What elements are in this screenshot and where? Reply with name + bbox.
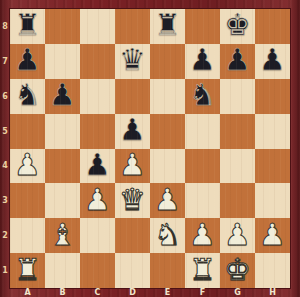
- file-label: A: [10, 288, 45, 297]
- square-c3[interactable]: ♟: [80, 183, 115, 218]
- piece-black-pawn-f7: ♟: [189, 45, 216, 75]
- square-e3[interactable]: ♟: [150, 183, 185, 218]
- square-c6[interactable]: [80, 79, 115, 114]
- piece-black-rook-e8: ♜: [154, 10, 181, 40]
- square-b2[interactable]: ♝: [45, 218, 80, 253]
- piece-black-knight-a6: ♞: [14, 80, 41, 110]
- square-a7[interactable]: ♟: [10, 44, 45, 79]
- piece-black-knight-f6: ♞: [189, 80, 216, 110]
- square-g2[interactable]: ♟: [220, 218, 255, 253]
- square-a4[interactable]: ♟: [10, 149, 45, 184]
- file-label: G: [220, 288, 255, 297]
- square-f5[interactable]: [185, 114, 220, 149]
- piece-black-pawn-a7: ♟: [14, 45, 41, 75]
- file-label: H: [255, 288, 290, 297]
- square-h4[interactable]: [255, 149, 290, 184]
- file-labels: ABCDEFGH: [10, 288, 290, 297]
- piece-white-queen-d3: ♛: [119, 185, 146, 215]
- square-c2[interactable]: [80, 218, 115, 253]
- square-g6[interactable]: [220, 79, 255, 114]
- square-e2[interactable]: ♞: [150, 218, 185, 253]
- square-g7[interactable]: ♟: [220, 44, 255, 79]
- square-b3[interactable]: [45, 183, 80, 218]
- square-h8[interactable]: [255, 9, 290, 44]
- square-g5[interactable]: [220, 114, 255, 149]
- square-b1[interactable]: [45, 253, 80, 288]
- square-d4[interactable]: ♟: [115, 149, 150, 184]
- piece-white-rook-f1: ♜: [189, 255, 216, 285]
- piece-white-pawn-h2: ♟: [259, 220, 286, 250]
- piece-white-pawn-a4: ♟: [14, 150, 41, 180]
- square-c4[interactable]: ♟: [80, 149, 115, 184]
- square-b4[interactable]: [45, 149, 80, 184]
- piece-black-queen-d7: ♛: [119, 45, 146, 75]
- piece-black-pawn-b6: ♟: [49, 80, 76, 110]
- square-d3[interactable]: ♛: [115, 183, 150, 218]
- square-f2[interactable]: ♟: [185, 218, 220, 253]
- square-d5[interactable]: ♟: [115, 114, 150, 149]
- square-e6[interactable]: [150, 79, 185, 114]
- file-label: F: [185, 288, 220, 297]
- square-a2[interactable]: [10, 218, 45, 253]
- square-e1[interactable]: [150, 253, 185, 288]
- file-label: C: [80, 288, 115, 297]
- rank-label: 6: [0, 79, 10, 114]
- square-e7[interactable]: [150, 44, 185, 79]
- piece-white-pawn-c3: ♟: [84, 185, 111, 215]
- rank-label: 4: [0, 149, 10, 184]
- rank-labels: 87654321: [0, 9, 10, 288]
- rank-label: 1: [0, 253, 10, 288]
- square-c8[interactable]: [80, 9, 115, 44]
- square-g3[interactable]: [220, 183, 255, 218]
- square-h3[interactable]: [255, 183, 290, 218]
- square-c5[interactable]: [80, 114, 115, 149]
- square-a5[interactable]: [10, 114, 45, 149]
- square-f6[interactable]: ♞: [185, 79, 220, 114]
- piece-white-pawn-g2: ♟: [224, 220, 251, 250]
- piece-white-knight-e2: ♞: [154, 220, 181, 250]
- square-a3[interactable]: [10, 183, 45, 218]
- piece-black-pawn-h7: ♟: [259, 45, 286, 75]
- square-c7[interactable]: [80, 44, 115, 79]
- piece-black-pawn-c4: ♟: [84, 150, 111, 180]
- board-grid: ♜♜♚♟♛♟♟♟♞♟♞♟♟♟♟♟♛♟♝♞♟♟♟♜♜♚: [10, 9, 290, 288]
- piece-white-king-g1: ♚: [224, 255, 251, 285]
- square-h2[interactable]: ♟: [255, 218, 290, 253]
- rank-label: 8: [0, 9, 10, 44]
- square-d6[interactable]: [115, 79, 150, 114]
- rank-label: 2: [0, 218, 10, 253]
- square-e4[interactable]: [150, 149, 185, 184]
- piece-black-rook-a8: ♜: [14, 10, 41, 40]
- rank-label: 5: [0, 114, 10, 149]
- square-h7[interactable]: ♟: [255, 44, 290, 79]
- square-f1[interactable]: ♜: [185, 253, 220, 288]
- rank-label: 3: [0, 183, 10, 218]
- piece-black-king-g8: ♚: [224, 10, 251, 40]
- square-h5[interactable]: [255, 114, 290, 149]
- square-g1[interactable]: ♚: [220, 253, 255, 288]
- piece-white-pawn-d4: ♟: [119, 150, 146, 180]
- file-label: E: [150, 288, 185, 297]
- square-c1[interactable]: [80, 253, 115, 288]
- rank-label: 7: [0, 44, 10, 79]
- square-d1[interactable]: [115, 253, 150, 288]
- square-d7[interactable]: ♛: [115, 44, 150, 79]
- square-a1[interactable]: ♜: [10, 253, 45, 288]
- square-f7[interactable]: ♟: [185, 44, 220, 79]
- piece-white-pawn-e3: ♟: [154, 185, 181, 215]
- square-a6[interactable]: ♞: [10, 79, 45, 114]
- square-b8[interactable]: [45, 9, 80, 44]
- square-f4[interactable]: [185, 149, 220, 184]
- piece-white-pawn-f2: ♟: [189, 220, 216, 250]
- square-b7[interactable]: [45, 44, 80, 79]
- piece-black-pawn-g7: ♟: [224, 45, 251, 75]
- piece-black-pawn-d5: ♟: [119, 115, 146, 145]
- square-d2[interactable]: [115, 218, 150, 253]
- chess-board-diagram: 87654321 ABCDEFGH ♜♜♚♟♛♟♟♟♞♟♞♟♟♟♟♟♛♟♝♞♟♟…: [0, 0, 300, 297]
- square-h1[interactable]: [255, 253, 290, 288]
- square-b5[interactable]: [45, 114, 80, 149]
- square-f3[interactable]: [185, 183, 220, 218]
- piece-white-rook-a1: ♜: [14, 255, 41, 285]
- square-g4[interactable]: [220, 149, 255, 184]
- square-e8[interactable]: ♜: [150, 9, 185, 44]
- square-d8[interactable]: [115, 9, 150, 44]
- square-g8[interactable]: ♚: [220, 9, 255, 44]
- square-e5[interactable]: [150, 114, 185, 149]
- square-f8[interactable]: [185, 9, 220, 44]
- file-label: D: [115, 288, 150, 297]
- piece-white-bishop-b2: ♝: [49, 220, 76, 250]
- square-a8[interactable]: ♜: [10, 9, 45, 44]
- square-h6[interactable]: [255, 79, 290, 114]
- square-b6[interactable]: ♟: [45, 79, 80, 114]
- file-label: B: [45, 288, 80, 297]
